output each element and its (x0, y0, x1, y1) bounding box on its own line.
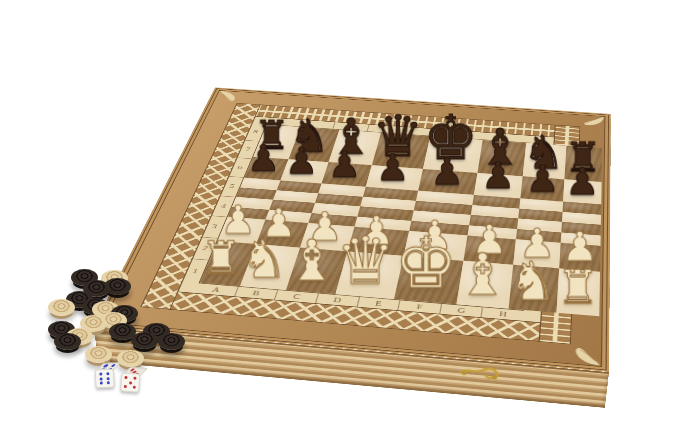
piece-black-pawn[interactable]: ♟ (481, 157, 515, 194)
die-pip (107, 381, 110, 384)
square-f1[interactable]: ♝ (457, 261, 513, 309)
chess-board: ABCDEFGH 87654321 87654321 ♜♞♝♛♚♝♞♜♟♟♟♟♟… (94, 87, 611, 372)
die-pip (125, 376, 128, 379)
die-front-face (95, 369, 115, 389)
piece-black-pawn[interactable]: ♟ (376, 149, 409, 186)
piece-white-king[interactable]: ♚ (395, 228, 458, 298)
die-front-face (120, 372, 140, 392)
brass-clasp-icon (459, 363, 502, 383)
die-pip (133, 377, 136, 380)
piece-black-pawn[interactable]: ♟ (247, 140, 280, 177)
square-g1[interactable]: ♞ (509, 265, 560, 313)
square-e1[interactable]: ♚ (394, 256, 464, 304)
piece-white-bishop[interactable]: ♝ (458, 246, 510, 303)
piece-white-queen[interactable]: ♛ (336, 228, 395, 294)
backgammon-checker-black[interactable] (131, 332, 158, 349)
die-pip (129, 381, 132, 384)
die-pip (106, 377, 109, 380)
board-squares-grid: ♜♞♝♛♚♝♞♜♟♟♟♟♟♟♟♟♟♟♟♟♟♟♟♟♜♞♝♛♚♝♞♜ (199, 124, 540, 310)
piece-white-bishop[interactable]: ♝ (286, 232, 337, 289)
die-pip (124, 385, 127, 388)
piece-white-knight[interactable]: ♞ (509, 254, 557, 307)
die-pip (132, 385, 135, 388)
piece-black-pawn[interactable]: ♟ (328, 146, 361, 183)
backgammon-checker-black[interactable] (158, 333, 185, 350)
die-pip (100, 377, 103, 380)
product-photo-chess-set: ABCDEFGH 87654321 87654321 ♜♞♝♛♚♝♞♜♟♟♟♟♟… (0, 0, 680, 425)
square-h1[interactable]: ♜ (557, 269, 600, 317)
piece-black-pawn[interactable]: ♟ (525, 160, 559, 198)
die[interactable] (120, 365, 142, 392)
die-pip (100, 382, 103, 385)
piece-black-pawn[interactable]: ♟ (565, 163, 599, 201)
die-pip (106, 372, 109, 375)
backgammon-checker-wood[interactable] (85, 346, 112, 363)
piece-white-knight[interactable]: ♞ (240, 233, 287, 285)
piece-white-rook[interactable]: ♜ (201, 236, 242, 281)
backgammon-checker-wood[interactable] (48, 299, 75, 316)
backgammon-checker-black[interactable] (54, 333, 81, 350)
piece-black-pawn[interactable]: ♟ (285, 143, 318, 180)
piece-white-rook[interactable]: ♜ (557, 264, 599, 311)
piece-black-pawn[interactable]: ♟ (430, 153, 463, 190)
die-pip (99, 372, 102, 375)
die[interactable] (94, 361, 115, 388)
